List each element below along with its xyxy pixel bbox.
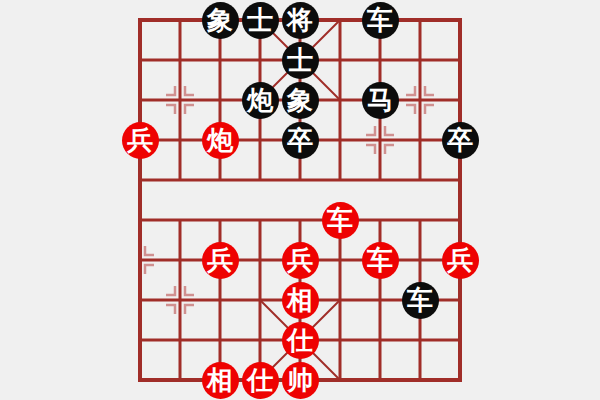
red-elephant[interactable]: 相: [282, 282, 319, 319]
black-general[interactable]: 将: [282, 2, 319, 39]
red-chariot[interactable]: 车: [362, 242, 399, 279]
red-soldier[interactable]: 兵: [282, 242, 319, 279]
red-elephant[interactable]: 相: [202, 362, 239, 399]
black-horse[interactable]: 马: [362, 82, 399, 119]
red-advisor[interactable]: 仕: [242, 362, 279, 399]
xiangqi-board: 象士将车士炮象马兵炮卒卒车兵兵车兵相车仕相仕帅: [0, 0, 600, 400]
black-cannon[interactable]: 炮: [242, 82, 279, 119]
board-grid: 象士将车士炮象马兵炮卒卒车兵兵车兵相车仕相仕帅: [120, 0, 480, 400]
black-chariot[interactable]: 车: [362, 2, 399, 39]
red-advisor[interactable]: 仕: [282, 322, 319, 359]
red-soldier[interactable]: 兵: [122, 122, 159, 159]
red-chariot[interactable]: 车: [322, 202, 359, 239]
black-soldier[interactable]: 卒: [442, 122, 479, 159]
black-advisor[interactable]: 士: [282, 42, 319, 79]
red-soldier[interactable]: 兵: [202, 242, 239, 279]
red-soldier[interactable]: 兵: [442, 242, 479, 279]
red-general[interactable]: 帅: [282, 362, 319, 399]
black-chariot[interactable]: 车: [402, 282, 439, 319]
red-cannon[interactable]: 炮: [202, 122, 239, 159]
black-elephant[interactable]: 象: [202, 2, 239, 39]
black-soldier[interactable]: 卒: [282, 122, 319, 159]
black-advisor[interactable]: 士: [242, 2, 279, 39]
black-elephant[interactable]: 象: [282, 82, 319, 119]
